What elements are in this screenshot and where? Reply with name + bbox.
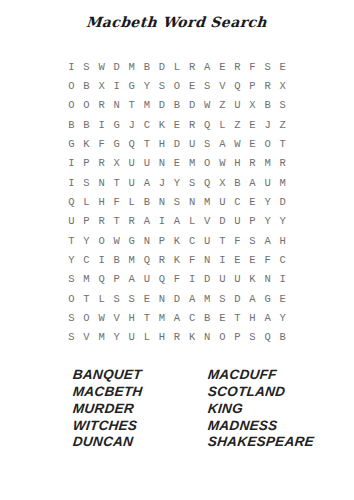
grid-cell-r15c1: S — [64, 328, 79, 347]
word-list-right-column: MACDUFFSCOTLANDKINGMADNESSSHAKESPEARE — [207, 367, 347, 451]
grid-cell-r11c4: B — [109, 250, 124, 269]
grid-cell-r11c6: Q — [139, 250, 154, 269]
grid-cell-r4c11: L — [215, 115, 230, 134]
grid-cell-r11c9: F — [185, 250, 200, 269]
grid-cell-r14c11: E — [215, 308, 230, 327]
grid-cell-r6c7: N — [154, 154, 169, 173]
word-item: KING — [207, 401, 349, 418]
grid-cell-r6c13: R — [245, 154, 260, 173]
grid-cell-r10c7: P — [154, 231, 169, 250]
grid-cell-r6c6: U — [139, 154, 154, 173]
grid-cell-r7c11: X — [215, 173, 230, 192]
word-item: MADNESS — [207, 418, 349, 435]
grid-cell-r5c12: W — [230, 134, 245, 153]
grid-cell-r9c6: A — [139, 212, 154, 231]
grid-cell-r15c3: M — [94, 328, 109, 347]
grid-cell-r9c12: U — [230, 212, 245, 231]
word-item: MACBETH — [72, 384, 209, 401]
grid-cell-r14c9: C — [185, 308, 200, 327]
grid-cell-r8c12: C — [230, 192, 245, 211]
grid-cell-r12c14: N — [260, 270, 275, 289]
grid-cell-r13c9: A — [185, 289, 200, 308]
grid-cell-r9c10: V — [200, 212, 215, 231]
grid-cell-r4c14: J — [260, 115, 275, 134]
grid-cell-r15c12: P — [230, 328, 245, 347]
grid-cell-r3c12: U — [230, 96, 245, 115]
grid-cell-r1c15: E — [275, 57, 290, 76]
grid-cell-r7c4: T — [109, 173, 124, 192]
grid-cell-r13c14: G — [260, 289, 275, 308]
grid-cell-r7c3: N — [94, 173, 109, 192]
word-item: DUNCAN — [72, 434, 209, 451]
grid-cell-r1c10: A — [200, 57, 215, 76]
grid-cell-r4c10: Q — [200, 115, 215, 134]
puzzle-title: Macbeth Word Search — [0, 0, 354, 30]
grid-cell-r5c7: H — [154, 134, 169, 153]
grid-cell-r14c3: W — [94, 308, 109, 327]
grid-cell-r14c14: A — [260, 308, 275, 327]
grid-cell-r10c12: F — [230, 231, 245, 250]
grid-cell-r10c5: G — [124, 231, 139, 250]
grid-cell-r15c9: K — [185, 328, 200, 347]
grid-cell-r8c4: F — [109, 192, 124, 211]
grid-cell-r13c12: D — [230, 289, 245, 308]
grid-cell-r8c5: L — [124, 192, 139, 211]
grid-cell-r3c1: O — [64, 96, 79, 115]
grid-cell-r2c4: I — [109, 76, 124, 95]
grid-cell-r5c6: T — [139, 134, 154, 153]
grid-cell-r1c3: W — [94, 57, 109, 76]
grid-cell-r12c13: K — [245, 270, 260, 289]
grid-cell-r13c4: S — [109, 289, 124, 308]
grid-cell-r11c15: C — [275, 250, 290, 269]
grid-cell-r1c14: S — [260, 57, 275, 76]
grid-cell-r5c13: E — [245, 134, 260, 153]
grid-cell-r8c7: N — [154, 192, 169, 211]
grid-cell-r7c2: S — [79, 173, 94, 192]
word-search-grid: ISWDMBDLRAERFSEOBXIGYSOESVQPRXOORNTMDBDW… — [64, 57, 290, 347]
grid-cell-r4c6: C — [139, 115, 154, 134]
grid-cell-r7c14: U — [260, 173, 275, 192]
grid-cell-r12c6: U — [139, 270, 154, 289]
grid-cell-r9c7: I — [154, 212, 169, 231]
grid-cell-r2c5: G — [124, 76, 139, 95]
word-item: BANQUET — [72, 367, 209, 384]
grid-cell-r11c11: I — [215, 250, 230, 269]
grid-cell-r9c1: U — [64, 212, 79, 231]
grid-cell-r9c13: P — [245, 212, 260, 231]
grid-cell-r12c11: U — [215, 270, 230, 289]
word-item: SHAKESPEARE — [207, 434, 349, 451]
grid-cell-r5c10: S — [200, 134, 215, 153]
grid-cell-r5c2: K — [79, 134, 94, 153]
grid-cell-r14c5: H — [124, 308, 139, 327]
grid-cell-r1c2: S — [79, 57, 94, 76]
grid-cell-r7c7: J — [154, 173, 169, 192]
grid-cell-r14c15: Y — [275, 308, 290, 327]
grid-cell-r12c4: P — [109, 270, 124, 289]
grid-cell-r2c6: Y — [139, 76, 154, 95]
grid-cell-r13c3: L — [94, 289, 109, 308]
grid-cell-r11c13: E — [245, 250, 260, 269]
grid-cell-r11c10: N — [200, 250, 215, 269]
grid-cell-r5c1: G — [64, 134, 79, 153]
grid-cell-r15c6: L — [139, 328, 154, 347]
grid-cell-r11c7: R — [154, 250, 169, 269]
grid-cell-r6c8: E — [169, 154, 184, 173]
word-list: BANQUETMACBETHMURDERWITCHESDUNCAN MACDUF… — [0, 367, 354, 451]
grid-cell-r11c3: I — [94, 250, 109, 269]
grid-cell-r2c2: B — [79, 76, 94, 95]
grid-cell-r6c9: M — [185, 154, 200, 173]
grid-cell-r7c1: I — [64, 173, 79, 192]
grid-cell-r10c15: H — [275, 231, 290, 250]
grid-cell-r4c4: G — [109, 115, 124, 134]
grid-cell-r1c11: E — [215, 57, 230, 76]
grid-cell-r6c11: W — [215, 154, 230, 173]
grid-cell-r8c3: H — [94, 192, 109, 211]
grid-cell-r15c10: N — [200, 328, 215, 347]
grid-cell-r5c8: D — [169, 134, 184, 153]
grid-cell-r3c4: N — [109, 96, 124, 115]
grid-cell-r4c9: R — [185, 115, 200, 134]
grid-cell-r13c15: E — [275, 289, 290, 308]
grid-cell-r9c14: Y — [260, 212, 275, 231]
grid-cell-r14c12: T — [230, 308, 245, 327]
grid-cell-r5c5: Q — [124, 134, 139, 153]
grid-cell-r9c3: R — [94, 212, 109, 231]
grid-cell-r13c13: A — [245, 289, 260, 308]
grid-cell-r5c4: G — [109, 134, 124, 153]
grid-cell-r12c5: A — [124, 270, 139, 289]
grid-cell-r10c2: Y — [79, 231, 94, 250]
grid-cell-r9c5: R — [124, 212, 139, 231]
grid-cell-r12c9: I — [185, 270, 200, 289]
grid-cell-r13c8: D — [169, 289, 184, 308]
grid-cell-r14c8: A — [169, 308, 184, 327]
grid-cell-r13c5: S — [124, 289, 139, 308]
grid-cell-r5c15: T — [275, 134, 290, 153]
grid-cell-r11c1: Y — [64, 250, 79, 269]
grid-cell-r13c6: E — [139, 289, 154, 308]
grid-cell-r3c5: T — [124, 96, 139, 115]
grid-cell-r7c8: Y — [169, 173, 184, 192]
grid-cell-r10c13: S — [245, 231, 260, 250]
grid-cell-r9c15: Y — [275, 212, 290, 231]
grid-cell-r11c8: K — [169, 250, 184, 269]
grid-cell-r4c13: E — [245, 115, 260, 134]
grid-cell-r5c9: U — [185, 134, 200, 153]
grid-cell-r10c4: W — [109, 231, 124, 250]
grid-cell-r15c13: S — [245, 328, 260, 347]
grid-cell-r5c3: F — [94, 134, 109, 153]
grid-cell-r15c11: O — [215, 328, 230, 347]
grid-cell-r3c6: M — [139, 96, 154, 115]
grid-cell-r8c1: Q — [64, 192, 79, 211]
grid-cell-r2c14: R — [260, 76, 275, 95]
grid-cell-r3c11: Z — [215, 96, 230, 115]
grid-cell-r6c2: P — [79, 154, 94, 173]
grid-cell-r9c9: L — [185, 212, 200, 231]
grid-cell-r2c9: E — [185, 76, 200, 95]
grid-cell-r6c12: H — [230, 154, 245, 173]
grid-cell-r3c7: D — [154, 96, 169, 115]
grid-cell-r7c5: U — [124, 173, 139, 192]
grid-cell-r3c14: B — [260, 96, 275, 115]
grid-cell-r5c14: O — [260, 134, 275, 153]
grid-cell-r9c8: A — [169, 212, 184, 231]
grid-cell-r14c10: B — [200, 308, 215, 327]
grid-cell-r11c5: M — [124, 250, 139, 269]
grid-cell-r10c3: O — [94, 231, 109, 250]
grid-cell-r15c14: Q — [260, 328, 275, 347]
word-item: SCOTLAND — [207, 384, 349, 401]
grid-cell-r15c5: U — [124, 328, 139, 347]
grid-cell-r12c7: Q — [154, 270, 169, 289]
grid-cell-r6c4: X — [109, 154, 124, 173]
grid-cell-r14c2: O — [79, 308, 94, 327]
grid-cell-r14c1: S — [64, 308, 79, 327]
grid-cell-r1c7: D — [154, 57, 169, 76]
grid-cell-r4c8: E — [169, 115, 184, 134]
grid-cell-r10c9: C — [185, 231, 200, 250]
grid-cell-r8c14: Y — [260, 192, 275, 211]
grid-cell-r2c15: X — [275, 76, 290, 95]
grid-cell-r4c5: J — [124, 115, 139, 134]
grid-cell-r1c1: I — [64, 57, 79, 76]
grid-cell-r15c7: H — [154, 328, 169, 347]
grid-cell-r2c7: S — [154, 76, 169, 95]
grid-cell-r6c5: U — [124, 154, 139, 173]
grid-cell-r2c10: S — [200, 76, 215, 95]
grid-cell-r9c4: T — [109, 212, 124, 231]
grid-cell-r12c1: S — [64, 270, 79, 289]
grid-cell-r14c6: T — [139, 308, 154, 327]
grid-cell-r5c11: A — [215, 134, 230, 153]
grid-cell-r2c12: Q — [230, 76, 245, 95]
grid-cell-r12c12: U — [230, 270, 245, 289]
grid-cell-r8c9: N — [185, 192, 200, 211]
grid-cell-r9c11: D — [215, 212, 230, 231]
grid-cell-r4c2: B — [79, 115, 94, 134]
grid-cell-r11c12: E — [230, 250, 245, 269]
grid-cell-r4c7: K — [154, 115, 169, 134]
grid-cell-r8c8: S — [169, 192, 184, 211]
grid-cell-r6c14: M — [260, 154, 275, 173]
grid-cell-r3c15: S — [275, 96, 290, 115]
word-list-left-column: BANQUETMACBETHMURDERWITCHESDUNCAN — [72, 367, 207, 451]
grid-cell-r2c1: O — [64, 76, 79, 95]
grid-cell-r6c3: R — [94, 154, 109, 173]
grid-cell-r6c1: I — [64, 154, 79, 173]
grid-cell-r11c2: C — [79, 250, 94, 269]
grid-cell-r7c13: A — [245, 173, 260, 192]
grid-cell-r3c13: X — [245, 96, 260, 115]
grid-cell-r3c8: B — [169, 96, 184, 115]
grid-cell-r2c13: P — [245, 76, 260, 95]
grid-cell-r2c8: O — [169, 76, 184, 95]
grid-cell-r8c6: B — [139, 192, 154, 211]
grid-cell-r8c11: U — [215, 192, 230, 211]
grid-cell-r3c9: D — [185, 96, 200, 115]
grid-cell-r10c1: T — [64, 231, 79, 250]
grid-cell-r15c15: B — [275, 328, 290, 347]
grid-cell-r4c15: Z — [275, 115, 290, 134]
grid-cell-r3c10: W — [200, 96, 215, 115]
grid-cell-r8c10: M — [200, 192, 215, 211]
grid-cell-r14c7: M — [154, 308, 169, 327]
grid-cell-r3c3: R — [94, 96, 109, 115]
grid-cell-r12c2: M — [79, 270, 94, 289]
grid-cell-r9c2: P — [79, 212, 94, 231]
grid-cell-r7c15: M — [275, 173, 290, 192]
grid-cell-r6c15: R — [275, 154, 290, 173]
grid-cell-r4c12: Z — [230, 115, 245, 134]
grid-cell-r15c4: Y — [109, 328, 124, 347]
grid-cell-r4c1: B — [64, 115, 79, 134]
grid-cell-r13c1: O — [64, 289, 79, 308]
grid-cell-r12c15: I — [275, 270, 290, 289]
grid-cell-r10c6: N — [139, 231, 154, 250]
grid-cell-r6c10: O — [200, 154, 215, 173]
grid-cell-r10c10: U — [200, 231, 215, 250]
grid-cell-r7c6: A — [139, 173, 154, 192]
grid-cell-r13c10: M — [200, 289, 215, 308]
grid-cell-r8c13: E — [245, 192, 260, 211]
grid-cell-r1c12: R — [230, 57, 245, 76]
grid-cell-r1c4: D — [109, 57, 124, 76]
grid-cell-r1c5: M — [124, 57, 139, 76]
word-item: MURDER — [72, 401, 209, 418]
word-item: MACDUFF — [207, 367, 349, 384]
grid-cell-r7c10: Q — [200, 173, 215, 192]
grid-cell-r1c8: L — [169, 57, 184, 76]
grid-cell-r2c3: X — [94, 76, 109, 95]
grid-cell-r1c6: B — [139, 57, 154, 76]
grid-cell-r15c2: V — [79, 328, 94, 347]
grid-cell-r8c15: D — [275, 192, 290, 211]
grid-cell-r13c7: N — [154, 289, 169, 308]
grid-cell-r14c4: V — [109, 308, 124, 327]
grid-cell-r15c8: R — [169, 328, 184, 347]
grid-cell-r1c13: F — [245, 57, 260, 76]
puzzle-page: Macbeth Word Search ISWDMBDLRAERFSEOBXIG… — [0, 0, 354, 500]
grid-cell-r10c8: K — [169, 231, 184, 250]
grid-cell-r7c12: B — [230, 173, 245, 192]
grid-cell-r4c3: I — [94, 115, 109, 134]
grid-cell-r10c14: A — [260, 231, 275, 250]
grid-cell-r12c3: Q — [94, 270, 109, 289]
grid-cell-r7c9: S — [185, 173, 200, 192]
grid-cell-r1c9: R — [185, 57, 200, 76]
grid-cell-r11c14: F — [260, 250, 275, 269]
grid-cell-r10c11: T — [215, 231, 230, 250]
grid-cell-r13c11: S — [215, 289, 230, 308]
grid-cell-r14c13: H — [245, 308, 260, 327]
grid-cell-r12c8: F — [169, 270, 184, 289]
grid-cell-r3c2: O — [79, 96, 94, 115]
grid-cell-r8c2: L — [79, 192, 94, 211]
grid-cell-r13c2: T — [79, 289, 94, 308]
grid-cell-r12c10: D — [200, 270, 215, 289]
word-item: WITCHES — [72, 418, 209, 435]
grid-cell-r2c11: V — [215, 76, 230, 95]
